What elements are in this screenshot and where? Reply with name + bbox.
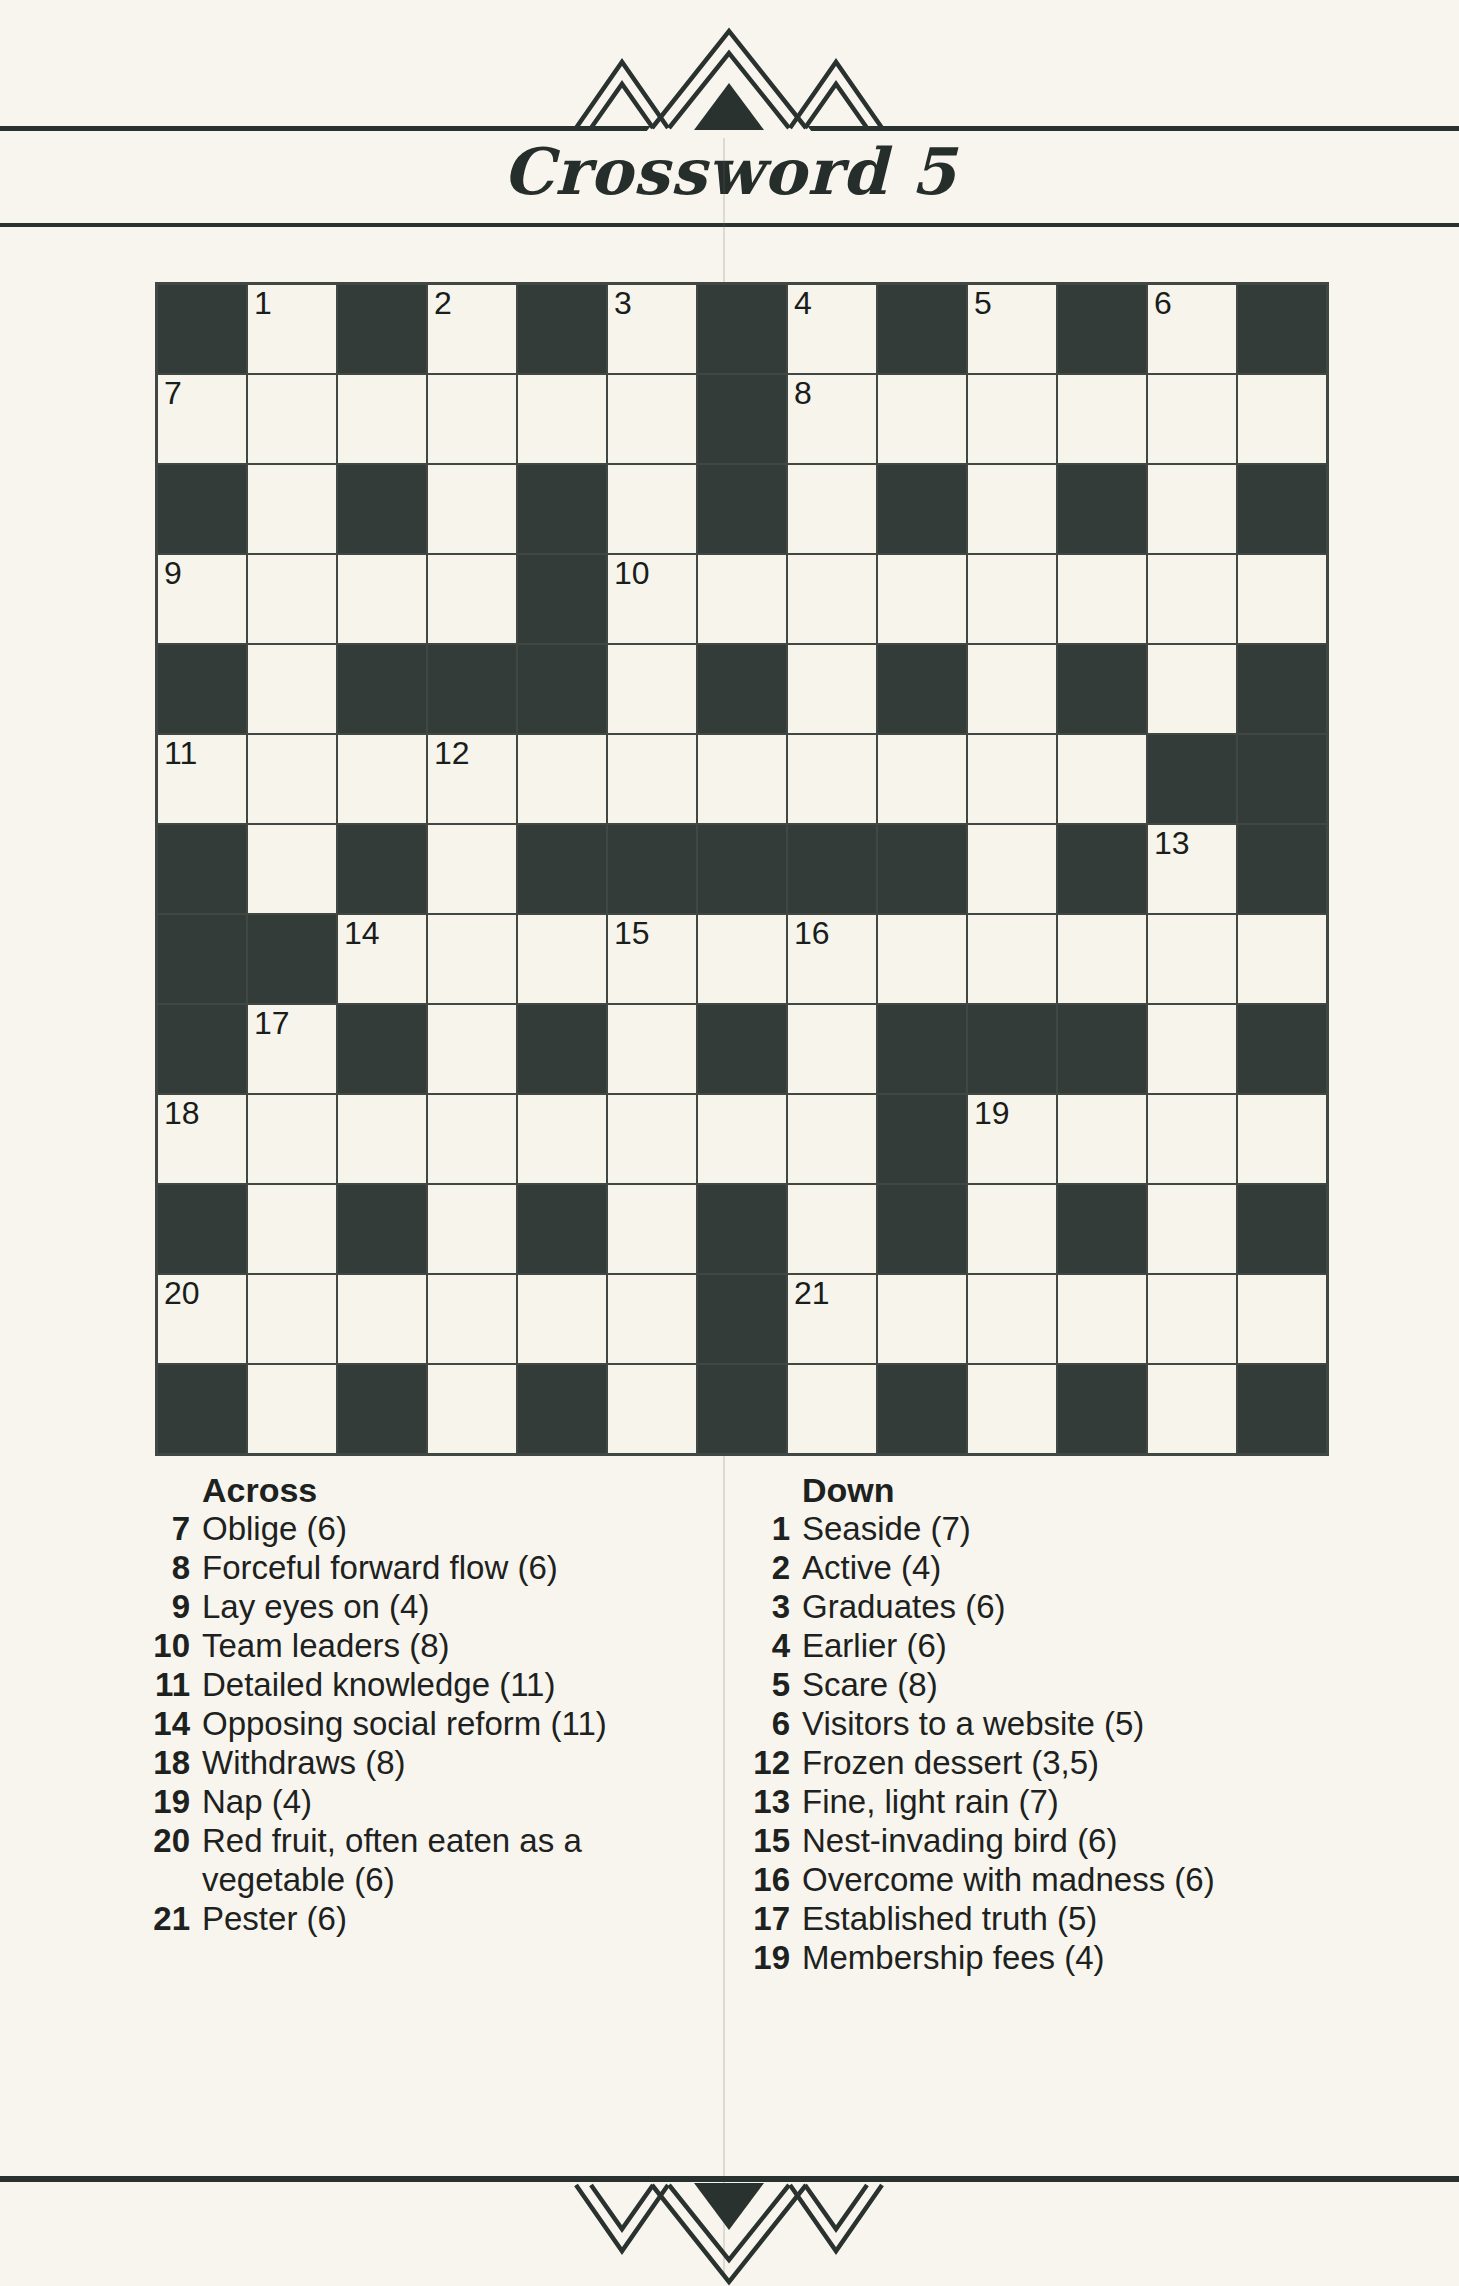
grid-cell-r3c10[interactable]	[968, 465, 1056, 553]
grid-cell-r11c12[interactable]	[1148, 1185, 1236, 1273]
clue-item-across-20: 20Red fruit, often eaten as a vegetable …	[122, 1821, 682, 1899]
grid-cell-r2c7	[698, 375, 786, 463]
grid-cell-r7c8	[788, 825, 876, 913]
grid-cell-r9c3	[338, 1005, 426, 1093]
clue-text: Graduates (6)	[802, 1587, 1272, 1626]
grid-cell-r11c4[interactable]	[428, 1185, 516, 1273]
clue-num: 14	[122, 1704, 190, 1743]
clue-num: 12	[722, 1743, 790, 1782]
clue-text: Membership fees (4)	[802, 1938, 1272, 1977]
grid-cell-r1c2[interactable]: 1	[248, 285, 336, 373]
clue-item-across-7: 7Oblige (6)	[122, 1509, 682, 1548]
clue-item-down-17: 17Established truth (5)	[722, 1899, 1282, 1938]
across-clues: Across 7Oblige (6)8Forceful forward flow…	[122, 1472, 682, 1938]
grid-cell-r8c12[interactable]	[1148, 915, 1236, 1003]
clue-num: 7	[122, 1509, 190, 1548]
grid-cell-r8c5[interactable]	[518, 915, 606, 1003]
grid-cell-r6c6[interactable]	[608, 735, 696, 823]
grid-cell-r13c2[interactable]	[248, 1365, 336, 1453]
clue-number-badge: 19	[974, 1095, 1010, 1131]
grid-cell-r3c8[interactable]	[788, 465, 876, 553]
clue-number-badge: 11	[164, 735, 197, 771]
grid-cell-r6c11[interactable]	[1058, 735, 1146, 823]
grid-cell-r3c7	[698, 465, 786, 553]
grid-cell-r6c7[interactable]	[698, 735, 786, 823]
grid-cell-r3c1	[158, 465, 246, 553]
clue-item-down-2: 2Active (4)	[722, 1548, 1282, 1587]
grid-cell-r10c13[interactable]	[1238, 1095, 1326, 1183]
clue-item-down-6: 6Visitors to a website (5)	[722, 1704, 1282, 1743]
grid-cell-r6c12	[1148, 735, 1236, 823]
grid-cell-r1c13	[1238, 285, 1326, 373]
grid-cell-r2c5[interactable]	[518, 375, 606, 463]
grid-cell-r1c1	[158, 285, 246, 373]
clue-num: 1	[722, 1509, 790, 1548]
grid-cell-r4c5	[518, 555, 606, 643]
grid-cell-r1c5	[518, 285, 606, 373]
grid-cell-r13c9	[878, 1365, 966, 1453]
grid-cell-r8c9[interactable]	[878, 915, 966, 1003]
grid-cell-r3c2[interactable]	[248, 465, 336, 553]
clue-number-badge: 13	[1154, 825, 1190, 861]
clue-item-down-19: 19Membership fees (4)	[722, 1938, 1282, 1977]
grid-cell-r5c12[interactable]	[1148, 645, 1236, 733]
clue-item-down-15: 15Nest-invading bird (6)	[722, 1821, 1282, 1860]
grid-cell-r4c13[interactable]	[1238, 555, 1326, 643]
clue-num: 5	[722, 1665, 790, 1704]
grid-cell-r6c4[interactable]: 12	[428, 735, 516, 823]
clue-num: 19	[122, 1782, 190, 1821]
grid-cell-r7c9	[878, 825, 966, 913]
grid-cell-r5c7	[698, 645, 786, 733]
grid-cell-r10c5[interactable]	[518, 1095, 606, 1183]
clue-text: Scare (8)	[802, 1665, 1272, 1704]
clue-number-badge: 1	[254, 285, 272, 321]
clue-number-badge: 20	[164, 1275, 200, 1311]
grid-cell-r12c5[interactable]	[518, 1275, 606, 1363]
grid-cell-r3c4[interactable]	[428, 465, 516, 553]
grid-cell-r12c1[interactable]: 20	[158, 1275, 246, 1363]
grid-cell-r13c3	[338, 1365, 426, 1453]
grid-cell-r1c3	[338, 285, 426, 373]
grid-cell-r2c9[interactable]	[878, 375, 966, 463]
clue-text: Pester (6)	[202, 1899, 672, 1938]
puzzle-page: Crossword 5 1234567891011121314151617181…	[0, 0, 1459, 2286]
grid-cell-r8c11[interactable]	[1058, 915, 1146, 1003]
grid-cell-r12c7	[698, 1275, 786, 1363]
clue-num: 10	[122, 1626, 190, 1665]
grid-cell-r11c9	[878, 1185, 966, 1273]
grid-cell-r8c10[interactable]	[968, 915, 1056, 1003]
grid-cell-r11c2[interactable]	[248, 1185, 336, 1273]
grid-cell-r12c3[interactable]	[338, 1275, 426, 1363]
grid-cell-r2c3[interactable]	[338, 375, 426, 463]
clue-num: 19	[722, 1938, 790, 1977]
grid-cell-r9c9	[878, 1005, 966, 1093]
grid-cell-r13c8[interactable]	[788, 1365, 876, 1453]
grid-cell-r7c4[interactable]	[428, 825, 516, 913]
clue-text: Red fruit, often eaten as a vegetable (6…	[202, 1821, 672, 1899]
grid-cell-r13c1	[158, 1365, 246, 1453]
clue-number-badge: 14	[344, 915, 380, 951]
grid-cell-r13c5	[518, 1365, 606, 1453]
grid-cell-r12c9[interactable]	[878, 1275, 966, 1363]
crossword-grid: 123456789101112131415161718192021	[155, 282, 1329, 1456]
grid-cell-r10c4[interactable]	[428, 1095, 516, 1183]
clue-num: 11	[122, 1665, 190, 1704]
grid-cell-r11c13	[1238, 1185, 1326, 1273]
grid-cell-r7c2[interactable]	[248, 825, 336, 913]
clue-item-down-13: 13Fine, light rain (7)	[722, 1782, 1282, 1821]
grid-cell-r3c11	[1058, 465, 1146, 553]
clue-text: Overcome with madness (6)	[802, 1860, 1272, 1899]
grid-cell-r3c6[interactable]	[608, 465, 696, 553]
grid-cell-r8c13[interactable]	[1238, 915, 1326, 1003]
grid-cell-r12c11[interactable]	[1058, 1275, 1146, 1363]
grid-cell-r9c12[interactable]	[1148, 1005, 1236, 1093]
grid-cell-r2c11[interactable]	[1058, 375, 1146, 463]
clue-text: Detailed knowledge (11)	[202, 1665, 672, 1704]
grid-cell-r6c10[interactable]	[968, 735, 1056, 823]
clue-text: Team leaders (8)	[202, 1626, 672, 1665]
grid-cell-r3c9	[878, 465, 966, 553]
grid-cell-r5c3	[338, 645, 426, 733]
grid-cell-r2c13[interactable]	[1238, 375, 1326, 463]
grid-cell-r9c1	[158, 1005, 246, 1093]
grid-cell-r7c6	[608, 825, 696, 913]
grid-cell-r13c6[interactable]	[608, 1365, 696, 1453]
clue-text: Active (4)	[802, 1548, 1272, 1587]
grid-cell-r6c3[interactable]	[338, 735, 426, 823]
clue-item-across-9: 9Lay eyes on (4)	[122, 1587, 682, 1626]
grid-cell-r11c6[interactable]	[608, 1185, 696, 1273]
grid-cell-r9c5	[518, 1005, 606, 1093]
grid-cell-r4c4[interactable]	[428, 555, 516, 643]
grid-cell-r4c1[interactable]: 9	[158, 555, 246, 643]
grid-cell-r11c1	[158, 1185, 246, 1273]
clue-number-badge: 17	[254, 1005, 290, 1041]
grid-cell-r13c10[interactable]	[968, 1365, 1056, 1453]
grid-cell-r12c6[interactable]	[608, 1275, 696, 1363]
grid-cell-r5c8[interactable]	[788, 645, 876, 733]
grid-cell-r4c2[interactable]	[248, 555, 336, 643]
clue-number-badge: 9	[164, 555, 182, 591]
grid-cell-r1c8[interactable]: 4	[788, 285, 876, 373]
grid-cell-r1c10[interactable]: 5	[968, 285, 1056, 373]
grid-cell-r11c8[interactable]	[788, 1185, 876, 1273]
grid-cell-r2c4[interactable]	[428, 375, 516, 463]
grid-cell-r12c13[interactable]	[1238, 1275, 1326, 1363]
clue-number-badge: 8	[794, 375, 812, 411]
grid-cell-r10c7[interactable]	[698, 1095, 786, 1183]
grid-cell-r13c7	[698, 1365, 786, 1453]
grid-cell-r3c12[interactable]	[1148, 465, 1236, 553]
clue-item-across-8: 8Forceful forward flow (6)	[122, 1548, 682, 1587]
grid-cell-r5c5	[518, 645, 606, 733]
grid-cell-r6c2[interactable]	[248, 735, 336, 823]
clue-num: 9	[122, 1587, 190, 1626]
clue-item-down-3: 3Graduates (6)	[722, 1587, 1282, 1626]
clue-number-badge: 6	[1154, 285, 1172, 321]
grid-cell-r2c10[interactable]	[968, 375, 1056, 463]
clue-item-down-4: 4Earlier (6)	[722, 1626, 1282, 1665]
clue-text: Oblige (6)	[202, 1509, 672, 1548]
clue-item-down-5: 5Scare (8)	[722, 1665, 1282, 1704]
clue-item-down-1: 1Seaside (7)	[722, 1509, 1282, 1548]
grid-cell-r9c10	[968, 1005, 1056, 1093]
clue-num: 8	[122, 1548, 190, 1587]
clue-text: Opposing social reform (11)	[202, 1704, 672, 1743]
clue-item-across-14: 14Opposing social reform (11)	[122, 1704, 682, 1743]
clue-num: 21	[122, 1899, 190, 1938]
clue-text: Fine, light rain (7)	[802, 1782, 1272, 1821]
grid-cell-r2c12[interactable]	[1148, 375, 1236, 463]
grid-cell-r2c6[interactable]	[608, 375, 696, 463]
grid-cell-r9c13	[1238, 1005, 1326, 1093]
grid-cell-r5c2[interactable]	[248, 645, 336, 733]
clue-number-badge: 21	[794, 1275, 830, 1311]
grid-cell-r9c8[interactable]	[788, 1005, 876, 1093]
grid-cell-r10c12[interactable]	[1148, 1095, 1236, 1183]
clue-number-badge: 2	[434, 285, 452, 321]
across-clue-list: 7Oblige (6)8Forceful forward flow (6)9La…	[122, 1509, 682, 1938]
grid-cell-r11c10[interactable]	[968, 1185, 1056, 1273]
across-heading: Across	[202, 1472, 682, 1509]
grid-cell-r5c10[interactable]	[968, 645, 1056, 733]
grid-cell-r11c3	[338, 1185, 426, 1273]
grid-cell-r6c9[interactable]	[878, 735, 966, 823]
grid-cell-r7c13	[1238, 825, 1326, 913]
clue-number-badge: 10	[614, 555, 650, 591]
grid-cell-r10c11[interactable]	[1058, 1095, 1146, 1183]
grid-cell-r8c7[interactable]	[698, 915, 786, 1003]
grid-cell-r1c6[interactable]: 3	[608, 285, 696, 373]
grid-cell-r12c4[interactable]	[428, 1275, 516, 1363]
clue-item-across-11: 11Detailed knowledge (11)	[122, 1665, 682, 1704]
grid-cell-r3c3	[338, 465, 426, 553]
grid-cell-r13c13	[1238, 1365, 1326, 1453]
grid-cell-r5c11	[1058, 645, 1146, 733]
page-title: Crossword 5	[0, 132, 1459, 212]
clue-item-across-19: 19Nap (4)	[122, 1782, 682, 1821]
grid-cell-r5c13	[1238, 645, 1326, 733]
grid-cell-r4c7[interactable]	[698, 555, 786, 643]
grid-cell-r10c9	[878, 1095, 966, 1183]
grid-cell-r6c8[interactable]	[788, 735, 876, 823]
grid-cell-r4c9[interactable]	[878, 555, 966, 643]
clue-number-badge: 5	[974, 285, 992, 321]
clue-number-badge: 3	[614, 285, 632, 321]
grid-cell-r5c9	[878, 645, 966, 733]
grid-cell-r11c7	[698, 1185, 786, 1273]
grid-cell-r2c8[interactable]: 8	[788, 375, 876, 463]
grid-cell-r10c10[interactable]: 19	[968, 1095, 1056, 1183]
down-heading: Down	[802, 1472, 1282, 1509]
header-rule-bottom	[0, 223, 1459, 227]
clue-text: Seaside (7)	[802, 1509, 1272, 1548]
grid-cell-r7c7	[698, 825, 786, 913]
grid-cell-r11c11	[1058, 1185, 1146, 1273]
grid-cell-r7c5	[518, 825, 606, 913]
grid-cell-r8c8[interactable]: 16	[788, 915, 876, 1003]
grid-cell-r1c12[interactable]: 6	[1148, 285, 1236, 373]
grid-cell-r3c5	[518, 465, 606, 553]
grid-cell-r7c12[interactable]: 13	[1148, 825, 1236, 913]
clue-text: Forceful forward flow (6)	[202, 1548, 672, 1587]
grid-cell-r1c7	[698, 285, 786, 373]
clue-num: 18	[122, 1743, 190, 1782]
clue-item-down-12: 12Frozen dessert (3,5)	[722, 1743, 1282, 1782]
clue-text: Earlier (6)	[802, 1626, 1272, 1665]
clue-num: 16	[722, 1860, 790, 1899]
grid-cell-r6c1[interactable]: 11	[158, 735, 246, 823]
clue-num: 3	[722, 1587, 790, 1626]
grid-cell-r3c13	[1238, 465, 1326, 553]
grid-cell-r9c4[interactable]	[428, 1005, 516, 1093]
grid-cell-r12c10[interactable]	[968, 1275, 1056, 1363]
clue-item-down-16: 16Overcome with madness (6)	[722, 1860, 1282, 1899]
clue-number-badge: 16	[794, 915, 830, 951]
grid-cell-r6c5[interactable]	[518, 735, 606, 823]
grid-cell-r1c4[interactable]: 2	[428, 285, 516, 373]
grid-cell-r5c1	[158, 645, 246, 733]
grid-cell-r4c8[interactable]	[788, 555, 876, 643]
clue-num: 20	[122, 1821, 190, 1899]
grid-cell-r9c6[interactable]	[608, 1005, 696, 1093]
clue-text: Lay eyes on (4)	[202, 1587, 672, 1626]
clue-num: 4	[722, 1626, 790, 1665]
grid-cell-r10c2[interactable]	[248, 1095, 336, 1183]
clue-text: Frozen dessert (3,5)	[802, 1743, 1272, 1782]
grid-cell-r8c2	[248, 915, 336, 1003]
grid-cell-r12c2[interactable]	[248, 1275, 336, 1363]
clue-num: 15	[722, 1821, 790, 1860]
clue-num: 13	[722, 1782, 790, 1821]
chevron-decoration-icon	[574, 2181, 884, 2286]
grid-cell-r4c12[interactable]	[1148, 555, 1236, 643]
grid-cell-r8c4[interactable]	[428, 915, 516, 1003]
grid-cell-r5c6[interactable]	[608, 645, 696, 733]
grid-cell-r7c1	[158, 825, 246, 913]
grid-cell-r1c9	[878, 285, 966, 373]
grid-cell-r7c10[interactable]	[968, 825, 1056, 913]
grid-cell-r10c3[interactable]	[338, 1095, 426, 1183]
grid-cell-r12c8[interactable]: 21	[788, 1275, 876, 1363]
grid-cell-r8c1	[158, 915, 246, 1003]
grid-cell-r10c1[interactable]: 18	[158, 1095, 246, 1183]
clue-text: Established truth (5)	[802, 1899, 1272, 1938]
down-clue-list: 1Seaside (7)2Active (4)3Graduates (6)4Ea…	[722, 1509, 1282, 1977]
grid-cell-r4c11[interactable]	[1058, 555, 1146, 643]
clue-number-badge: 18	[164, 1095, 200, 1131]
clue-text: Nap (4)	[202, 1782, 672, 1821]
grid-cell-r8c6[interactable]: 15	[608, 915, 696, 1003]
grid-cell-r13c11	[1058, 1365, 1146, 1453]
grid-cell-r1c11	[1058, 285, 1146, 373]
clue-item-across-21: 21Pester (6)	[122, 1899, 682, 1938]
grid-cell-r4c10[interactable]	[968, 555, 1056, 643]
grid-cell-r9c2[interactable]: 17	[248, 1005, 336, 1093]
mountain-decoration-icon	[574, 26, 884, 132]
clue-text: Withdraws (8)	[202, 1743, 672, 1782]
grid-cell-r5c4	[428, 645, 516, 733]
grid-cell-r11c5	[518, 1185, 606, 1273]
grid-cell-r9c7	[698, 1005, 786, 1093]
clue-number-badge: 12	[434, 735, 470, 771]
grid-cell-r10c6[interactable]	[608, 1095, 696, 1183]
clue-num: 17	[722, 1899, 790, 1938]
grid-cell-r9c11	[1058, 1005, 1146, 1093]
clue-text: Nest-invading bird (6)	[802, 1821, 1272, 1860]
grid-cell-r2c2[interactable]	[248, 375, 336, 463]
grid-cell-r10c8[interactable]	[788, 1095, 876, 1183]
grid-cell-r7c3	[338, 825, 426, 913]
grid-cell-r13c4[interactable]	[428, 1365, 516, 1453]
clue-number-badge: 4	[794, 285, 812, 321]
clue-item-across-10: 10Team leaders (8)	[122, 1626, 682, 1665]
grid-cell-r7c11	[1058, 825, 1146, 913]
down-clues: Down 1Seaside (7)2Active (4)3Graduates (…	[722, 1472, 1282, 1977]
clue-number-badge: 7	[164, 375, 182, 411]
grid-cell-r12c12[interactable]	[1148, 1275, 1236, 1363]
grid-cell-r6c13	[1238, 735, 1326, 823]
clue-number-badge: 15	[614, 915, 650, 951]
clue-num: 6	[722, 1704, 790, 1743]
clue-num: 2	[722, 1548, 790, 1587]
grid-cell-r4c3[interactable]	[338, 555, 426, 643]
grid-cell-r2c1[interactable]: 7	[158, 375, 246, 463]
grid-cell-r13c12[interactable]	[1148, 1365, 1236, 1453]
clue-item-across-18: 18Withdraws (8)	[122, 1743, 682, 1782]
grid-cell-r8c3[interactable]: 14	[338, 915, 426, 1003]
grid-cell-r4c6[interactable]: 10	[608, 555, 696, 643]
clue-text: Visitors to a website (5)	[802, 1704, 1272, 1743]
